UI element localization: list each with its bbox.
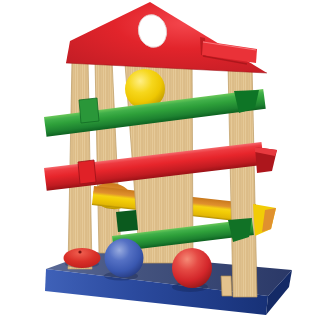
- marble-run-toy-image: [0, 0, 320, 320]
- red-disc: [64, 248, 101, 268]
- ball-red: [172, 248, 212, 288]
- product-photo: [0, 0, 320, 320]
- ramp-4-end-cap: [116, 210, 138, 232]
- ramp-2-end-stop: [78, 160, 96, 184]
- red-disc-dimple: [78, 250, 81, 253]
- dowel-peg: [221, 276, 232, 296]
- ramp-1-end-stop: [79, 98, 99, 123]
- red-disc-body: [64, 248, 101, 268]
- ball-blue: [105, 239, 144, 278]
